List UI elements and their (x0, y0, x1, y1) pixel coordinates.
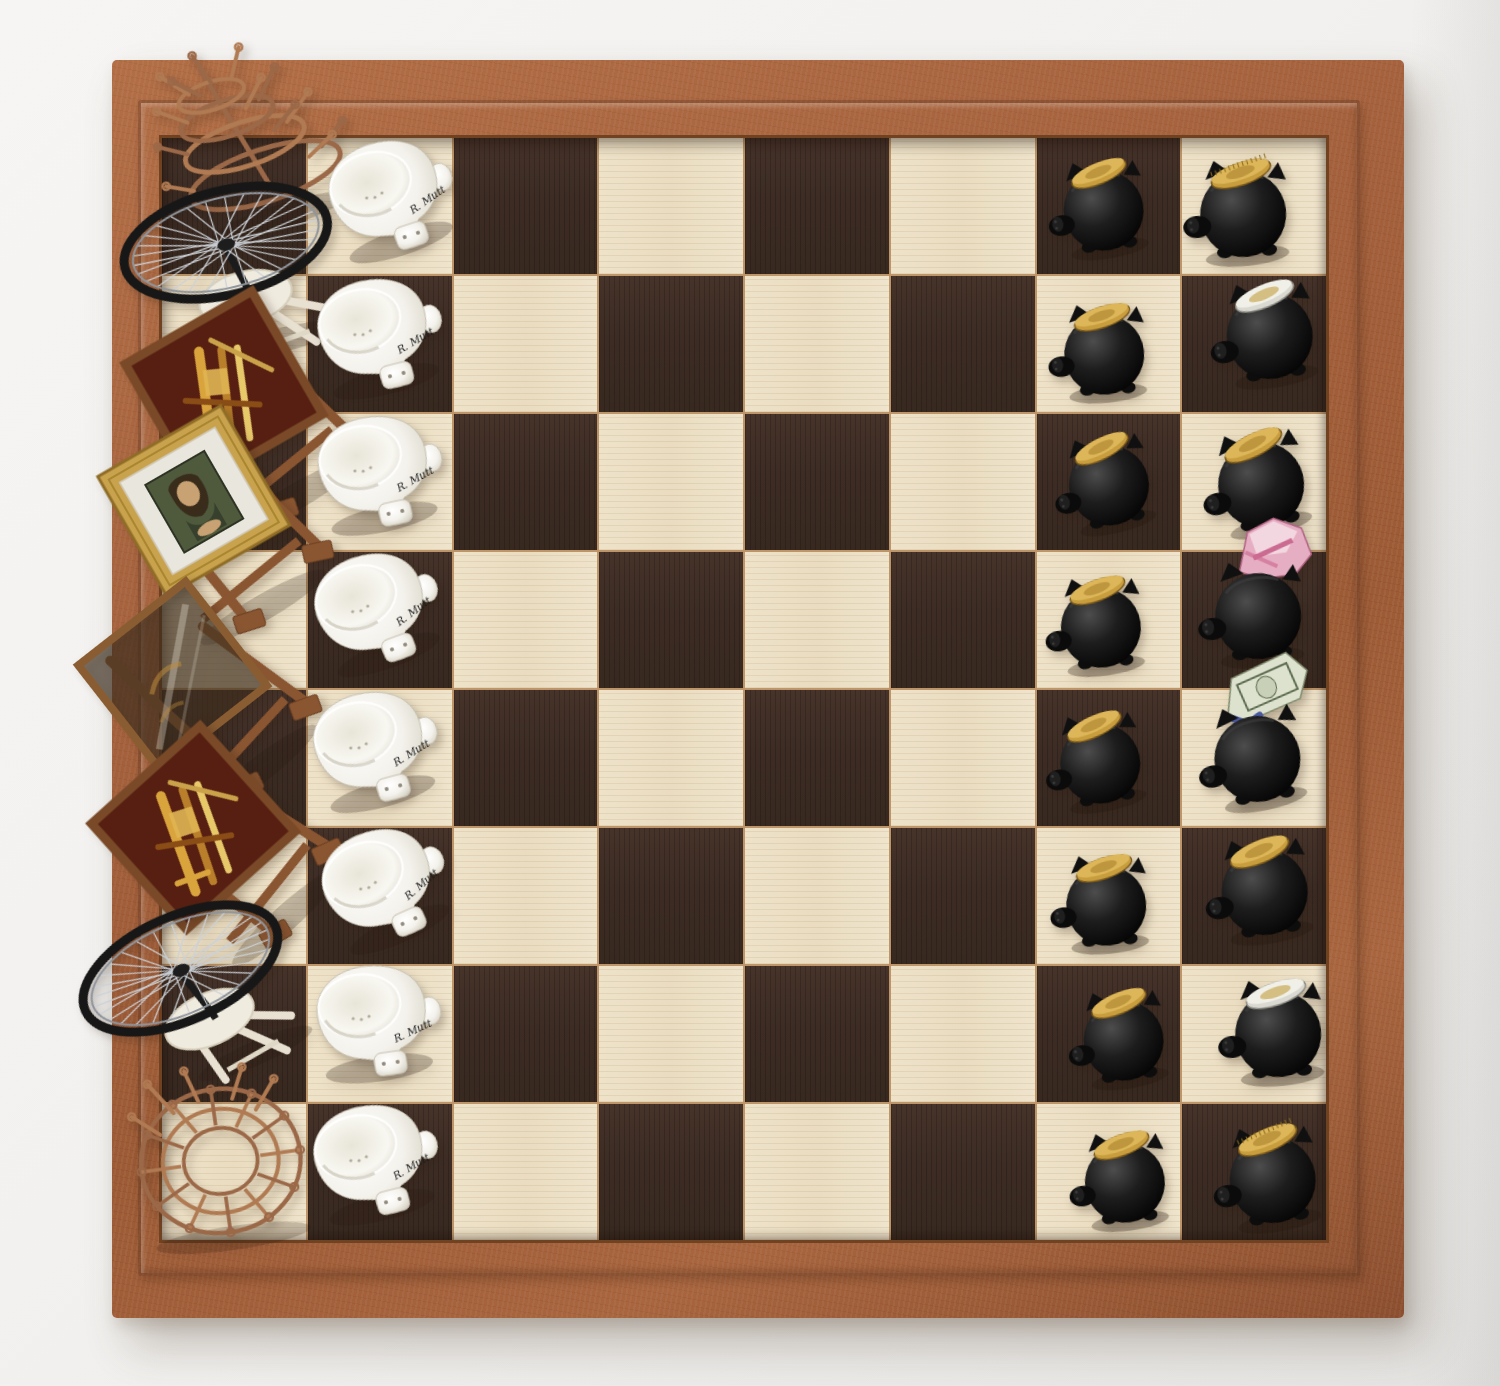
square-c5r4[interactable] (745, 552, 889, 688)
square-c3r6[interactable] (454, 828, 598, 964)
white-pawn[interactable]: R. Mutt (289, 948, 456, 1100)
square-c6r4[interactable] (891, 552, 1035, 688)
square-c4r8[interactable] (599, 1104, 743, 1240)
square-c6r1[interactable] (891, 138, 1035, 274)
square-c6r2[interactable] (891, 276, 1035, 412)
square-c6r8[interactable] (891, 1104, 1035, 1240)
square-c5r8[interactable] (745, 1104, 889, 1240)
square-c4r2[interactable] (599, 276, 743, 412)
square-c6r7[interactable] (891, 966, 1035, 1102)
square-c4r7[interactable] (599, 966, 743, 1102)
square-c6r6[interactable] (891, 828, 1035, 964)
photo-scene: R. MuttR. MuttR. MuttR. MuttR. MuttR. Mu… (0, 0, 1500, 1386)
square-c3r1[interactable] (454, 138, 598, 274)
square-c3r2[interactable] (454, 276, 598, 412)
square-c4r4[interactable] (599, 552, 743, 688)
square-c5r1[interactable] (745, 138, 889, 274)
square-c3r4[interactable] (454, 552, 598, 688)
square-c5r5[interactable] (745, 690, 889, 826)
square-c6r5[interactable] (891, 690, 1035, 826)
square-c4r6[interactable] (599, 828, 743, 964)
square-c3r8[interactable] (454, 1104, 598, 1240)
black-pawn[interactable] (1052, 1078, 1195, 1248)
square-c4r5[interactable] (599, 690, 743, 826)
square-c4r1[interactable] (599, 138, 743, 274)
square-c3r5[interactable] (454, 690, 598, 826)
square-c3r3[interactable] (454, 414, 598, 550)
square-c3r7[interactable] (454, 966, 598, 1102)
background-shadow (1410, 0, 1500, 1386)
square-c5r3[interactable] (745, 414, 889, 550)
square-c6r3[interactable] (891, 414, 1035, 550)
square-c5r2[interactable] (745, 276, 889, 412)
square-c4r3[interactable] (599, 414, 743, 550)
square-c5r6[interactable] (745, 828, 889, 964)
square-c5r7[interactable] (745, 966, 889, 1102)
